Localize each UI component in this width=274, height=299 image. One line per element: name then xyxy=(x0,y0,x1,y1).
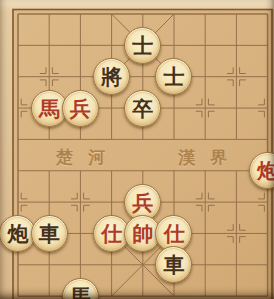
piece-grid: 士將士馬兵卒炮兵炮車仕帥仕車馬 xyxy=(2,0,274,299)
piece-black-chariot-2[interactable]: 車 xyxy=(155,246,192,283)
xiangqi-board[interactable]: 楚河 漢界 士將士馬兵卒炮兵炮車仕帥仕車馬 xyxy=(0,0,274,299)
piece-black-advisor-1[interactable]: 士 xyxy=(124,27,161,64)
piece-black-soldier[interactable]: 卒 xyxy=(124,90,161,127)
piece-black-advisor-2[interactable]: 士 xyxy=(155,58,192,95)
piece-red-cannon[interactable]: 炮 xyxy=(249,152,274,189)
piece-black-general[interactable]: 將 xyxy=(93,58,130,95)
piece-red-soldier-1[interactable]: 兵 xyxy=(62,90,99,127)
piece-black-horse[interactable]: 馬 xyxy=(62,278,99,299)
piece-black-chariot-1[interactable]: 車 xyxy=(31,215,68,252)
